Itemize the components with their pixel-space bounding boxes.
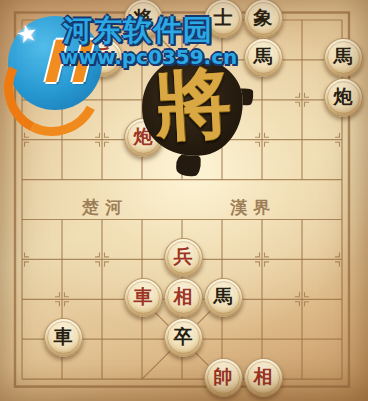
- piece-black-soldier[interactable]: 卒: [164, 318, 203, 357]
- piece-character: 士: [214, 8, 233, 27]
- piece-black-elephant[interactable]: 象: [244, 0, 283, 38]
- piece-character: 馬: [214, 287, 233, 306]
- piece-black-cannon[interactable]: 炮: [324, 78, 363, 117]
- piece-character: 兵: [174, 247, 193, 266]
- piece-black-horse[interactable]: 馬: [204, 278, 243, 317]
- xiangqi-game-screen: 楚河 漢界 将士象馬馬兵炮炮兵車相馬車卒帥相 將 ★ H 河东软件园 www.p…: [0, 0, 368, 401]
- piece-character: 車: [54, 327, 73, 346]
- piece-red-elephant[interactable]: 相: [164, 278, 203, 317]
- piece-character: 相: [254, 367, 273, 386]
- piece-black-general[interactable]: 将: [124, 0, 163, 38]
- piece-character: 象: [254, 8, 273, 27]
- piece-character: 帥: [214, 367, 233, 386]
- gold-jiang-character: 將: [153, 64, 233, 144]
- piece-character: 将: [134, 8, 153, 27]
- piece-red-elephant[interactable]: 相: [244, 358, 283, 397]
- piece-character: 馬: [254, 47, 273, 66]
- piece-character: 車: [134, 287, 153, 306]
- piece-character: 卒: [174, 327, 193, 346]
- piece-red-soldier[interactable]: 兵: [84, 38, 123, 77]
- piece-red-general[interactable]: 帥: [204, 358, 243, 397]
- river-label-chu-he: 楚河: [82, 196, 128, 219]
- piece-black-horse[interactable]: 馬: [324, 38, 363, 77]
- piece-black-advisor[interactable]: 士: [204, 0, 243, 38]
- piece-red-soldier[interactable]: 兵: [164, 238, 203, 277]
- piece-black-chariot[interactable]: 車: [44, 318, 83, 357]
- piece-character: 馬: [334, 47, 353, 66]
- piece-character: 兵: [94, 47, 113, 66]
- river-label-han-jie: 漢界: [230, 196, 276, 219]
- piece-character: 相: [174, 287, 193, 306]
- center-gold-jiang-logo: 將: [142, 57, 243, 156]
- piece-character: 炮: [334, 87, 353, 106]
- piece-red-chariot[interactable]: 車: [124, 278, 163, 317]
- piece-black-horse[interactable]: 馬: [244, 38, 283, 77]
